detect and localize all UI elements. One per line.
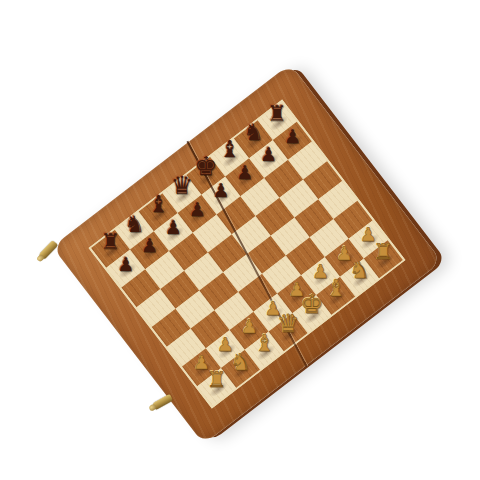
chess-board[interactable]: ♜♞♝♛♚♝♞♜♟♟♟♟♟♟♟♟♟♟♟♟♟♟♟♟♜♞♝♛♚♝♞♜ (52, 64, 442, 444)
brass-latch-upper (39, 240, 59, 259)
piece-black-pawn-h7[interactable]: ♟ (277, 121, 307, 151)
brass-latch-lower (152, 394, 173, 410)
photo-canvas: ♜♞♝♛♚♝♞♜♟♟♟♟♟♟♟♟♟♟♟♟♟♟♟♟♜♞♝♛♚♝♞♜ (0, 0, 480, 480)
piece-white-rook-h1[interactable]: ♜ (368, 237, 398, 267)
